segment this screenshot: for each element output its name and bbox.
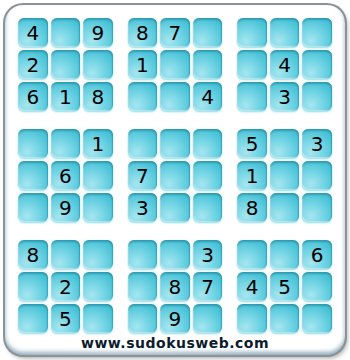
cell-r2c4: 1	[128, 50, 158, 79]
cell-r5c1[interactable]	[18, 161, 48, 190]
cell-r4c7: 5	[237, 129, 267, 158]
cell-r7c3[interactable]	[83, 240, 113, 269]
cell-r1c5: 7	[160, 18, 190, 47]
cell-r6c6[interactable]	[193, 193, 223, 222]
cell-r2c8: 4	[270, 50, 300, 79]
cell-r6c9[interactable]	[302, 193, 332, 222]
cell-r9c9[interactable]	[302, 304, 332, 333]
cell-r6c1[interactable]	[18, 193, 48, 222]
cell-r1c3: 9	[83, 18, 113, 47]
cell-r7c9: 6	[302, 240, 332, 269]
cell-r4c2[interactable]	[51, 129, 81, 158]
cell-r8c7: 4	[237, 272, 267, 301]
cell-r9c8[interactable]	[270, 304, 300, 333]
sudoku-grid: 492618 8714 43 169 73 5318 825 3879 645	[14, 14, 336, 337]
cell-r5c8[interactable]	[270, 161, 300, 190]
cell-r4c8[interactable]	[270, 129, 300, 158]
cell-r3c6: 4	[193, 82, 223, 111]
cell-r6c4: 3	[128, 193, 158, 222]
cell-r4c4[interactable]	[128, 129, 158, 158]
box-3: 43	[233, 14, 336, 115]
box-4: 169	[14, 125, 117, 226]
cell-r9c3[interactable]	[83, 304, 113, 333]
cell-r1c9[interactable]	[302, 18, 332, 47]
cell-r6c5[interactable]	[160, 193, 190, 222]
cell-r8c1[interactable]	[18, 272, 48, 301]
cell-r3c7[interactable]	[237, 82, 267, 111]
cell-r5c4: 7	[128, 161, 158, 190]
cell-r8c2: 2	[51, 272, 81, 301]
cell-r5c5[interactable]	[160, 161, 190, 190]
cell-r1c1: 4	[18, 18, 48, 47]
cell-r8c4[interactable]	[128, 272, 158, 301]
cell-r5c7: 1	[237, 161, 267, 190]
cell-r4c5[interactable]	[160, 129, 190, 158]
sudoku-board-frame: 492618 8714 43 169 73 5318 825 3879 645 …	[5, 5, 345, 355]
cell-r4c1[interactable]	[18, 129, 48, 158]
cell-r6c2: 9	[51, 193, 81, 222]
cell-r4c6[interactable]	[193, 129, 223, 158]
cell-r1c6[interactable]	[193, 18, 223, 47]
cell-r2c7[interactable]	[237, 50, 267, 79]
cell-r7c4[interactable]	[128, 240, 158, 269]
cell-r3c2: 1	[51, 82, 81, 111]
cell-r5c2: 6	[51, 161, 81, 190]
cell-r7c8[interactable]	[270, 240, 300, 269]
website-link[interactable]: www.sudokusweb.com	[81, 335, 269, 351]
box-9: 645	[233, 236, 336, 337]
cell-r3c1: 6	[18, 82, 48, 111]
cell-r3c4[interactable]	[128, 82, 158, 111]
cell-r5c3[interactable]	[83, 161, 113, 190]
cell-r4c9: 3	[302, 129, 332, 158]
cell-r6c8[interactable]	[270, 193, 300, 222]
cell-r7c7[interactable]	[237, 240, 267, 269]
cell-r9c7[interactable]	[237, 304, 267, 333]
cell-r8c6: 7	[193, 272, 223, 301]
cell-r8c3[interactable]	[83, 272, 113, 301]
cell-r9c5: 9	[160, 304, 190, 333]
cell-r1c4: 8	[128, 18, 158, 47]
cell-r2c3[interactable]	[83, 50, 113, 79]
cell-r2c1: 2	[18, 50, 48, 79]
cell-r3c8: 3	[270, 82, 300, 111]
cell-r1c7[interactable]	[237, 18, 267, 47]
cell-r8c8: 5	[270, 272, 300, 301]
cell-r6c7: 8	[237, 193, 267, 222]
cell-r9c2: 5	[51, 304, 81, 333]
cell-r2c2[interactable]	[51, 50, 81, 79]
cell-r7c6: 3	[193, 240, 223, 269]
cell-r2c5[interactable]	[160, 50, 190, 79]
cell-r3c3: 8	[83, 82, 113, 111]
cell-r5c9[interactable]	[302, 161, 332, 190]
cell-r2c6[interactable]	[193, 50, 223, 79]
cell-r5c6[interactable]	[193, 161, 223, 190]
cell-r3c9[interactable]	[302, 82, 332, 111]
cell-r4c3: 1	[83, 129, 113, 158]
cell-r1c8[interactable]	[270, 18, 300, 47]
cell-r7c1: 8	[18, 240, 48, 269]
cell-r9c1[interactable]	[18, 304, 48, 333]
cell-r7c2[interactable]	[51, 240, 81, 269]
box-7: 825	[14, 236, 117, 337]
footer-bar: www.sudokusweb.com	[5, 333, 345, 352]
cell-r6c3[interactable]	[83, 193, 113, 222]
cell-r3c5[interactable]	[160, 82, 190, 111]
box-2: 8714	[124, 14, 227, 115]
cell-r8c5: 8	[160, 272, 190, 301]
box-1: 492618	[14, 14, 117, 115]
box-8: 3879	[124, 236, 227, 337]
cell-r9c4[interactable]	[128, 304, 158, 333]
cell-r2c9[interactable]	[302, 50, 332, 79]
box-6: 5318	[233, 125, 336, 226]
cell-r7c5[interactable]	[160, 240, 190, 269]
cell-r1c2[interactable]	[51, 18, 81, 47]
cell-r9c6[interactable]	[193, 304, 223, 333]
cell-r8c9[interactable]	[302, 272, 332, 301]
box-5: 73	[124, 125, 227, 226]
